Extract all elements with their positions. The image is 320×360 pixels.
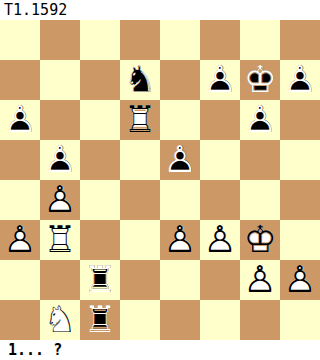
square-f5[interactable]: [200, 140, 240, 180]
piece-outline-glyph: ♙: [0, 220, 40, 260]
piece-outline-glyph: ♙: [280, 260, 320, 300]
square-e8[interactable]: [160, 20, 200, 60]
chess-app-window: T1.1592 ♞♘♟♙♚♔♟♙♟♙♜♖♟♙♟♙♟♙♟♙♟♙♜♖♟♙♟♙♚♔♜♖…: [0, 0, 320, 360]
square-c8[interactable]: [80, 20, 120, 60]
piece-outline-glyph: ♙: [0, 100, 40, 140]
white-rook-b3[interactable]: ♜♖: [40, 220, 80, 260]
square-d8[interactable]: [120, 20, 160, 60]
puzzle-title: T1.1592: [4, 1, 67, 19]
white-pawn-h2[interactable]: ♟♙: [280, 260, 320, 300]
white-rook-d6[interactable]: ♜♖: [120, 100, 160, 140]
square-f8[interactable]: [200, 20, 240, 60]
square-c6[interactable]: [80, 100, 120, 140]
black-pawn-f7[interactable]: ♟♙: [200, 60, 240, 100]
square-g3[interactable]: ♚♔: [240, 220, 280, 260]
square-h8[interactable]: [280, 20, 320, 60]
piece-outline-glyph: ♖: [80, 300, 120, 340]
piece-outline-glyph: ♙: [200, 60, 240, 100]
square-a7[interactable]: [0, 60, 40, 100]
white-pawn-e3[interactable]: ♟♙: [160, 220, 200, 260]
square-a2[interactable]: [0, 260, 40, 300]
square-h1[interactable]: [280, 300, 320, 340]
square-g1[interactable]: [240, 300, 280, 340]
white-king-g3[interactable]: ♚♔: [240, 220, 280, 260]
square-f7[interactable]: ♟♙: [200, 60, 240, 100]
square-a3[interactable]: ♟♙: [0, 220, 40, 260]
square-c2[interactable]: ♜♖: [80, 260, 120, 300]
status-bar: 1... ?: [0, 340, 320, 360]
square-a8[interactable]: [0, 20, 40, 60]
square-g8[interactable]: [240, 20, 280, 60]
square-a1[interactable]: [0, 300, 40, 340]
white-pawn-g2[interactable]: ♟♙: [240, 260, 280, 300]
piece-outline-glyph: ♙: [160, 220, 200, 260]
square-a5[interactable]: [0, 140, 40, 180]
piece-outline-glyph: ♔: [240, 60, 280, 100]
square-a4[interactable]: [0, 180, 40, 220]
white-pawn-f3[interactable]: ♟♙: [200, 220, 240, 260]
piece-outline-glyph: ♙: [280, 60, 320, 100]
piece-outline-glyph: ♙: [240, 100, 280, 140]
move-prompt: 1... ?: [8, 341, 62, 359]
square-h5[interactable]: [280, 140, 320, 180]
square-e3[interactable]: ♟♙: [160, 220, 200, 260]
black-rook-c2[interactable]: ♜♖: [80, 260, 120, 300]
square-b2[interactable]: [40, 260, 80, 300]
square-b7[interactable]: [40, 60, 80, 100]
black-knight-d7[interactable]: ♞♘: [120, 60, 160, 100]
piece-outline-glyph: ♘: [120, 60, 160, 100]
piece-outline-glyph: ♙: [200, 220, 240, 260]
square-g2[interactable]: ♟♙: [240, 260, 280, 300]
square-c1[interactable]: ♜♖: [80, 300, 120, 340]
square-d6[interactable]: ♜♖: [120, 100, 160, 140]
piece-outline-glyph: ♖: [80, 260, 120, 300]
square-d1[interactable]: [120, 300, 160, 340]
piece-outline-glyph: ♔: [240, 220, 280, 260]
square-f4[interactable]: [200, 180, 240, 220]
black-king-g7[interactable]: ♚♔: [240, 60, 280, 100]
square-h3[interactable]: [280, 220, 320, 260]
square-b1[interactable]: ♞♘: [40, 300, 80, 340]
square-e4[interactable]: [160, 180, 200, 220]
black-pawn-g6[interactable]: ♟♙: [240, 100, 280, 140]
piece-outline-glyph: ♖: [120, 100, 160, 140]
black-pawn-b5[interactable]: ♟♙: [40, 140, 80, 180]
piece-outline-glyph: ♘: [40, 300, 80, 340]
chess-board[interactable]: ♞♘♟♙♚♔♟♙♟♙♜♖♟♙♟♙♟♙♟♙♟♙♜♖♟♙♟♙♚♔♜♖♟♙♟♙♞♘♜♖: [0, 20, 320, 340]
square-f2[interactable]: [200, 260, 240, 300]
square-d4[interactable]: [120, 180, 160, 220]
square-h6[interactable]: [280, 100, 320, 140]
black-pawn-a6[interactable]: ♟♙: [0, 100, 40, 140]
piece-outline-glyph: ♙: [40, 180, 80, 220]
square-e2[interactable]: [160, 260, 200, 300]
square-f3[interactable]: ♟♙: [200, 220, 240, 260]
square-c7[interactable]: [80, 60, 120, 100]
square-h7[interactable]: ♟♙: [280, 60, 320, 100]
square-d5[interactable]: [120, 140, 160, 180]
square-d3[interactable]: [120, 220, 160, 260]
square-f6[interactable]: [200, 100, 240, 140]
title-bar: T1.1592: [0, 0, 320, 20]
white-pawn-a3[interactable]: ♟♙: [0, 220, 40, 260]
piece-outline-glyph: ♙: [160, 140, 200, 180]
square-e5[interactable]: ♟♙: [160, 140, 200, 180]
black-pawn-e5[interactable]: ♟♙: [160, 140, 200, 180]
square-b3[interactable]: ♜♖: [40, 220, 80, 260]
square-b5[interactable]: ♟♙: [40, 140, 80, 180]
square-c4[interactable]: [80, 180, 120, 220]
square-g6[interactable]: ♟♙: [240, 100, 280, 140]
square-b4[interactable]: ♟♙: [40, 180, 80, 220]
square-g7[interactable]: ♚♔: [240, 60, 280, 100]
square-e1[interactable]: [160, 300, 200, 340]
square-d7[interactable]: ♞♘: [120, 60, 160, 100]
black-pawn-h7[interactable]: ♟♙: [280, 60, 320, 100]
piece-outline-glyph: ♖: [40, 220, 80, 260]
square-h4[interactable]: [280, 180, 320, 220]
square-h2[interactable]: ♟♙: [280, 260, 320, 300]
white-knight-b1[interactable]: ♞♘: [40, 300, 80, 340]
piece-outline-glyph: ♙: [40, 140, 80, 180]
square-g4[interactable]: [240, 180, 280, 220]
square-b6[interactable]: [40, 100, 80, 140]
black-rook-c1[interactable]: ♜♖: [80, 300, 120, 340]
square-c3[interactable]: [80, 220, 120, 260]
square-c5[interactable]: [80, 140, 120, 180]
piece-outline-glyph: ♙: [240, 260, 280, 300]
square-e6[interactable]: [160, 100, 200, 140]
square-a6[interactable]: ♟♙: [0, 100, 40, 140]
square-g5[interactable]: [240, 140, 280, 180]
square-f1[interactable]: [200, 300, 240, 340]
white-pawn-b4[interactable]: ♟♙: [40, 180, 80, 220]
square-e7[interactable]: [160, 60, 200, 100]
square-b8[interactable]: [40, 20, 80, 60]
square-d2[interactable]: [120, 260, 160, 300]
